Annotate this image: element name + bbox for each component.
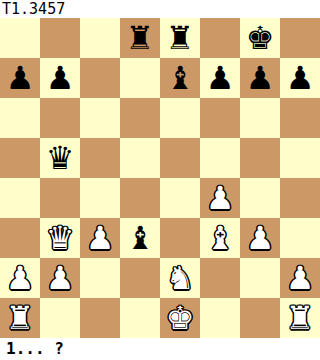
- square-f7[interactable]: ♟: [200, 58, 240, 98]
- square-h1[interactable]: ♜: [280, 298, 320, 338]
- square-c5[interactable]: [80, 138, 120, 178]
- square-g2[interactable]: [240, 258, 280, 298]
- square-e1[interactable]: ♚: [160, 298, 200, 338]
- move-prompt: 1... ?: [0, 338, 320, 360]
- square-c1[interactable]: [80, 298, 120, 338]
- white-pawn: ♟: [206, 178, 235, 218]
- square-b8[interactable]: [40, 18, 80, 58]
- white-pawn: ♟: [246, 218, 275, 258]
- chess-puzzle-window: T1.3457 ♜♜♚♟♟♝♟♟♟♛♟♛♟♝♝♟♟♟♞♟♜♚♜ 1... ?: [0, 0, 320, 360]
- black-king: ♚: [246, 18, 275, 58]
- square-h7[interactable]: ♟: [280, 58, 320, 98]
- square-c4[interactable]: [80, 178, 120, 218]
- square-b7[interactable]: ♟: [40, 58, 80, 98]
- square-f5[interactable]: [200, 138, 240, 178]
- square-a7[interactable]: ♟: [0, 58, 40, 98]
- square-d2[interactable]: [120, 258, 160, 298]
- square-g7[interactable]: ♟: [240, 58, 280, 98]
- square-b4[interactable]: [40, 178, 80, 218]
- square-g8[interactable]: ♚: [240, 18, 280, 58]
- square-d1[interactable]: [120, 298, 160, 338]
- square-h6[interactable]: [280, 98, 320, 138]
- square-c7[interactable]: [80, 58, 120, 98]
- square-e4[interactable]: [160, 178, 200, 218]
- square-e5[interactable]: [160, 138, 200, 178]
- square-c8[interactable]: [80, 18, 120, 58]
- white-bishop: ♝: [206, 218, 235, 258]
- black-pawn: ♟: [246, 58, 275, 98]
- square-a4[interactable]: [0, 178, 40, 218]
- square-e7[interactable]: ♝: [160, 58, 200, 98]
- white-pawn: ♟: [6, 258, 35, 298]
- square-c2[interactable]: [80, 258, 120, 298]
- square-h3[interactable]: [280, 218, 320, 258]
- square-a2[interactable]: ♟: [0, 258, 40, 298]
- white-rook: ♜: [6, 298, 35, 338]
- black-pawn: ♟: [46, 58, 75, 98]
- square-d3[interactable]: ♝: [120, 218, 160, 258]
- square-g1[interactable]: [240, 298, 280, 338]
- square-a8[interactable]: [0, 18, 40, 58]
- chess-board: ♜♜♚♟♟♝♟♟♟♛♟♛♟♝♝♟♟♟♞♟♜♚♜: [0, 18, 320, 338]
- square-d8[interactable]: ♜: [120, 18, 160, 58]
- white-knight: ♞: [166, 258, 195, 298]
- square-f6[interactable]: [200, 98, 240, 138]
- black-rook: ♜: [126, 18, 155, 58]
- square-c3[interactable]: ♟: [80, 218, 120, 258]
- square-h5[interactable]: [280, 138, 320, 178]
- white-king: ♚: [166, 298, 195, 338]
- square-b1[interactable]: [40, 298, 80, 338]
- white-rook: ♜: [286, 298, 315, 338]
- square-h8[interactable]: [280, 18, 320, 58]
- white-pawn: ♟: [286, 258, 315, 298]
- square-g4[interactable]: [240, 178, 280, 218]
- square-a5[interactable]: [0, 138, 40, 178]
- square-a1[interactable]: ♜: [0, 298, 40, 338]
- black-pawn: ♟: [286, 58, 315, 98]
- black-bishop: ♝: [126, 218, 155, 258]
- square-e8[interactable]: ♜: [160, 18, 200, 58]
- square-e2[interactable]: ♞: [160, 258, 200, 298]
- puzzle-title: T1.3457: [0, 0, 320, 18]
- square-b2[interactable]: ♟: [40, 258, 80, 298]
- square-d5[interactable]: [120, 138, 160, 178]
- square-g5[interactable]: [240, 138, 280, 178]
- square-e6[interactable]: [160, 98, 200, 138]
- square-b5[interactable]: ♛: [40, 138, 80, 178]
- square-h4[interactable]: [280, 178, 320, 218]
- square-b3[interactable]: ♛: [40, 218, 80, 258]
- black-queen: ♛: [46, 138, 75, 178]
- square-d7[interactable]: [120, 58, 160, 98]
- square-f4[interactable]: ♟: [200, 178, 240, 218]
- square-d6[interactable]: [120, 98, 160, 138]
- square-a3[interactable]: [0, 218, 40, 258]
- square-f1[interactable]: [200, 298, 240, 338]
- square-c6[interactable]: [80, 98, 120, 138]
- white-pawn: ♟: [86, 218, 115, 258]
- white-pawn: ♟: [46, 258, 75, 298]
- square-e3[interactable]: [160, 218, 200, 258]
- black-rook: ♜: [166, 18, 195, 58]
- white-queen: ♛: [46, 218, 75, 258]
- square-f3[interactable]: ♝: [200, 218, 240, 258]
- square-h2[interactable]: ♟: [280, 258, 320, 298]
- square-g6[interactable]: [240, 98, 280, 138]
- black-pawn: ♟: [6, 58, 35, 98]
- square-g3[interactable]: ♟: [240, 218, 280, 258]
- black-pawn: ♟: [206, 58, 235, 98]
- square-b6[interactable]: [40, 98, 80, 138]
- square-a6[interactable]: [0, 98, 40, 138]
- black-bishop: ♝: [166, 58, 195, 98]
- square-d4[interactable]: [120, 178, 160, 218]
- square-f2[interactable]: [200, 258, 240, 298]
- square-f8[interactable]: [200, 18, 240, 58]
